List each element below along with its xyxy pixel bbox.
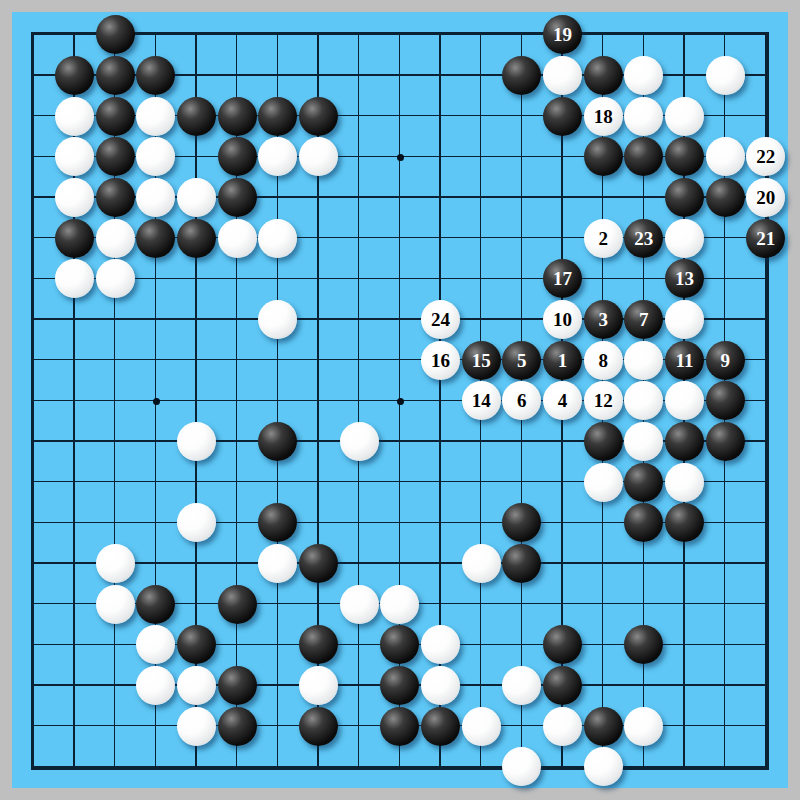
stone-white: [258, 300, 297, 339]
stone-black-move-13: 13: [665, 259, 704, 298]
stone-black: [177, 219, 216, 258]
stone-white-move-18: 18: [584, 97, 623, 136]
stone-white: [421, 625, 460, 664]
stone-black: [584, 422, 623, 461]
stone-white: [55, 178, 94, 217]
move-number: 20: [756, 188, 775, 207]
stone-white-move-12: 12: [584, 381, 623, 420]
stone-white: [462, 707, 501, 746]
move-number: 2: [598, 229, 608, 248]
stone-white-move-16: 16: [421, 341, 460, 380]
stone-white: [136, 137, 175, 176]
stone-black: [218, 178, 257, 217]
go-board-panel: 191822202232117132410371615518119146412: [12, 12, 788, 788]
stone-black: [624, 503, 663, 542]
stone-white: [258, 544, 297, 583]
stone-white: [177, 422, 216, 461]
stone-white: [665, 381, 704, 420]
stone-black: [665, 503, 704, 542]
stone-white: [624, 56, 663, 95]
stone-black: [258, 97, 297, 136]
move-number: 11: [676, 351, 694, 370]
stone-black: [218, 707, 257, 746]
stone-white: [543, 707, 582, 746]
stone-black: [380, 625, 419, 664]
stone-black: [177, 97, 216, 136]
stone-black: [258, 422, 297, 461]
stone-black: [218, 585, 257, 624]
stone-black: [299, 625, 338, 664]
stone-white-move-10: 10: [543, 300, 582, 339]
move-number: 10: [553, 310, 572, 329]
stone-white-move-24: 24: [421, 300, 460, 339]
move-number: 19: [553, 25, 572, 44]
stone-black: [502, 544, 541, 583]
stone-black: [96, 56, 135, 95]
move-number: 24: [431, 310, 450, 329]
move-number: 5: [517, 351, 527, 370]
stone-black: [502, 503, 541, 542]
stone-black: [543, 666, 582, 705]
stone-black-move-21: 21: [746, 219, 785, 258]
stone-black-move-9: 9: [706, 341, 745, 380]
stone-white: [136, 97, 175, 136]
stone-black: [584, 56, 623, 95]
stone-white-move-20: 20: [746, 178, 785, 217]
move-number: 13: [675, 269, 694, 288]
stone-white: [584, 747, 623, 786]
stone-black: [665, 422, 704, 461]
stone-white: [55, 259, 94, 298]
stone-black-move-19: 19: [543, 15, 582, 54]
stone-white: [706, 56, 745, 95]
stone-white: [665, 97, 704, 136]
stone-black: [136, 56, 175, 95]
stone-black-move-3: 3: [584, 300, 623, 339]
stone-black-move-5: 5: [502, 341, 541, 380]
stone-white: [706, 137, 745, 176]
stone-white: [502, 747, 541, 786]
stone-black: [136, 219, 175, 258]
move-number: 21: [756, 229, 775, 248]
stone-black: [624, 463, 663, 502]
stone-black: [218, 97, 257, 136]
stone-white-move-6: 6: [502, 381, 541, 420]
stone-white: [177, 707, 216, 746]
move-number: 1: [558, 351, 568, 370]
stone-white: [177, 666, 216, 705]
move-number: 9: [720, 351, 730, 370]
move-number: 18: [594, 107, 613, 126]
move-number: 12: [594, 391, 613, 410]
stone-white: [340, 422, 379, 461]
move-number: 22: [756, 147, 775, 166]
stone-black: [299, 97, 338, 136]
stone-white: [502, 666, 541, 705]
stone-black: [380, 666, 419, 705]
stone-white: [177, 503, 216, 542]
move-number: 7: [639, 310, 649, 329]
stone-white: [136, 666, 175, 705]
stone-white: [136, 625, 175, 664]
stone-white-move-4: 4: [543, 381, 582, 420]
stone-white: [299, 666, 338, 705]
stone-black: [665, 178, 704, 217]
stone-white: [665, 219, 704, 258]
stone-black: [258, 503, 297, 542]
stone-black-move-7: 7: [624, 300, 663, 339]
stone-white: [96, 544, 135, 583]
stone-black-move-1: 1: [543, 341, 582, 380]
move-number: 4: [558, 391, 568, 410]
stone-white: [624, 97, 663, 136]
stone-white: [624, 422, 663, 461]
stone-black: [55, 219, 94, 258]
stone-white: [258, 219, 297, 258]
stone-black: [706, 178, 745, 217]
stone-white: [421, 666, 460, 705]
stone-white: [584, 463, 623, 502]
stone-black-move-17: 17: [543, 259, 582, 298]
stone-white: [136, 178, 175, 217]
stone-white: [218, 219, 257, 258]
stone-black: [55, 56, 94, 95]
outer-frame: 191822202232117132410371615518119146412: [0, 0, 800, 800]
stone-white: [624, 707, 663, 746]
stone-white-move-2: 2: [584, 219, 623, 258]
stone-white: [177, 178, 216, 217]
stone-black: [706, 422, 745, 461]
stone-black: [96, 178, 135, 217]
stone-black: [96, 97, 135, 136]
stone-white: [543, 56, 582, 95]
stone-black: [177, 625, 216, 664]
stone-white-move-22: 22: [746, 137, 785, 176]
move-number: 14: [472, 391, 491, 410]
stone-black: [299, 544, 338, 583]
stone-black-move-11: 11: [665, 341, 704, 380]
stone-black: [624, 625, 663, 664]
stone-white: [96, 219, 135, 258]
stone-black: [584, 137, 623, 176]
stone-white: [665, 300, 704, 339]
stone-black: [380, 707, 419, 746]
stone-black: [96, 137, 135, 176]
stone-black: [502, 56, 541, 95]
stone-black: [136, 585, 175, 624]
move-number: 23: [634, 229, 653, 248]
stone-black: [706, 381, 745, 420]
stone-white-move-14: 14: [462, 381, 501, 420]
stone-black: [543, 97, 582, 136]
go-board[interactable]: 191822202232117132410371615518119146412: [14, 15, 786, 787]
stone-black-move-23: 23: [624, 219, 663, 258]
stone-black: [584, 707, 623, 746]
stone-black: [299, 707, 338, 746]
stone-white: [299, 137, 338, 176]
stone-black: [218, 137, 257, 176]
move-number: 17: [553, 269, 572, 288]
stone-white: [624, 381, 663, 420]
move-number: 6: [517, 391, 527, 410]
stone-black: [218, 666, 257, 705]
stone-black: [624, 137, 663, 176]
move-number: 15: [472, 351, 491, 370]
stone-white: [665, 463, 704, 502]
stone-black: [665, 137, 704, 176]
stone-white: [340, 585, 379, 624]
stone-black: [421, 707, 460, 746]
move-number: 16: [431, 351, 450, 370]
stone-white: [96, 585, 135, 624]
stone-white: [55, 97, 94, 136]
stone-white-move-8: 8: [584, 341, 623, 380]
move-number: 3: [598, 310, 608, 329]
stone-white: [380, 585, 419, 624]
move-number: 8: [598, 351, 608, 370]
stone-white: [258, 137, 297, 176]
stone-white: [624, 341, 663, 380]
stone-black: [543, 625, 582, 664]
stone-white: [55, 137, 94, 176]
stone-black-move-15: 15: [462, 341, 501, 380]
stone-black: [96, 15, 135, 54]
stone-white: [96, 259, 135, 298]
stone-white: [462, 544, 501, 583]
